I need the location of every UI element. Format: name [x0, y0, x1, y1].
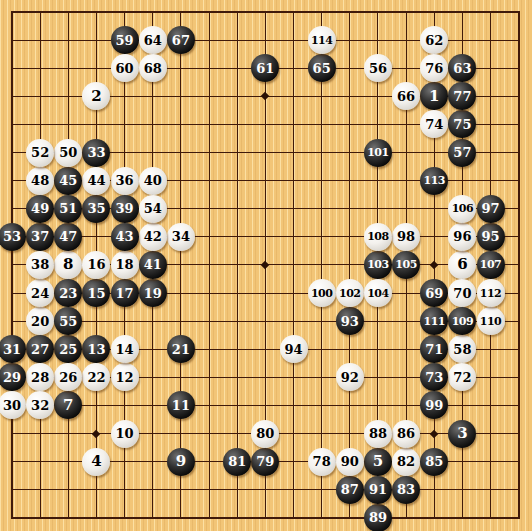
- stone-17-black: 17: [111, 279, 139, 307]
- move-number: 100: [311, 288, 332, 299]
- stone-91-black: 91: [364, 476, 392, 504]
- move-number: 59: [116, 34, 134, 47]
- stone-114-white: 114: [308, 26, 336, 54]
- move-number: 48: [31, 174, 49, 187]
- move-number: 18: [116, 258, 134, 271]
- move-number: 64: [144, 34, 162, 47]
- stone-9-black: 9: [167, 448, 195, 476]
- move-number: 112: [480, 288, 501, 299]
- move-number: 65: [313, 62, 331, 75]
- move-number: 38: [31, 258, 49, 271]
- move-number: 19: [144, 287, 162, 300]
- move-number: 54: [144, 202, 162, 215]
- stone-92-white: 92: [336, 363, 364, 391]
- stone-81-black: 81: [223, 448, 251, 476]
- move-number: 104: [367, 288, 388, 299]
- move-number: 4: [91, 454, 101, 469]
- stone-18-white: 18: [111, 251, 139, 279]
- move-number: 14: [116, 343, 134, 356]
- move-number: 91: [369, 483, 387, 496]
- move-number: 108: [367, 231, 388, 242]
- stone-68-white: 68: [139, 54, 167, 82]
- move-number: 101: [367, 147, 388, 158]
- stone-93-black: 93: [336, 307, 364, 335]
- move-number: 67: [172, 34, 190, 47]
- move-number: 89: [369, 511, 387, 524]
- stone-82-white: 82: [392, 448, 420, 476]
- move-number: 72: [453, 371, 471, 384]
- move-number: 10: [116, 427, 134, 440]
- move-number: 22: [87, 371, 105, 384]
- stone-96-white: 96: [448, 223, 476, 251]
- move-number: 25: [59, 343, 77, 356]
- move-number: 28: [31, 371, 49, 384]
- stone-44-white: 44: [82, 167, 110, 195]
- stone-51-black: 51: [54, 195, 82, 223]
- move-number: 103: [367, 259, 388, 270]
- move-number: 6: [457, 257, 467, 272]
- stone-102-white: 102: [336, 279, 364, 307]
- move-number: 80: [256, 427, 274, 440]
- move-number: 96: [453, 230, 471, 243]
- move-number: 53: [3, 230, 21, 243]
- move-number: 102: [339, 288, 360, 299]
- move-number: 26: [59, 371, 77, 384]
- stone-113-black: 113: [420, 167, 448, 195]
- move-number: 35: [87, 202, 105, 215]
- stone-36-white: 36: [111, 167, 139, 195]
- move-number: 43: [116, 230, 134, 243]
- move-number: 5: [373, 454, 383, 469]
- move-number: 27: [31, 343, 49, 356]
- move-number: 93: [341, 315, 359, 328]
- stone-78-white: 78: [308, 448, 336, 476]
- move-number: 85: [425, 455, 443, 468]
- stone-97-black: 97: [477, 195, 505, 223]
- move-number: 114: [311, 35, 332, 46]
- stone-95-black: 95: [477, 223, 505, 251]
- stone-12-white: 12: [111, 363, 139, 391]
- move-number: 87: [341, 483, 359, 496]
- stone-87-black: 87: [336, 476, 364, 504]
- move-number: 29: [3, 371, 21, 384]
- stone-3-black: 3: [448, 420, 476, 448]
- stone-59-black: 59: [111, 26, 139, 54]
- stone-79-black: 79: [251, 448, 279, 476]
- stone-80-white: 80: [251, 420, 279, 448]
- stone-24-white: 24: [26, 279, 54, 307]
- stone-65-black: 65: [308, 54, 336, 82]
- stone-112-white: 112: [477, 279, 505, 307]
- stone-43-black: 43: [111, 223, 139, 251]
- move-number: 74: [425, 118, 443, 131]
- move-number: 56: [369, 62, 387, 75]
- move-number: 7: [63, 398, 73, 413]
- move-number: 76: [425, 62, 443, 75]
- move-number: 61: [256, 62, 274, 75]
- move-number: 21: [172, 343, 190, 356]
- stone-4-white: 4: [82, 448, 110, 476]
- stone-88-white: 88: [364, 420, 392, 448]
- move-number: 106: [452, 203, 473, 214]
- move-number: 66: [397, 90, 415, 103]
- move-number: 111: [424, 316, 445, 327]
- move-number: 94: [284, 343, 302, 356]
- stone-48-white: 48: [26, 167, 54, 195]
- move-number: 1: [429, 89, 439, 104]
- stone-86-white: 86: [392, 420, 420, 448]
- move-number: 24: [31, 287, 49, 300]
- move-number: 83: [397, 483, 415, 496]
- move-number: 11: [172, 399, 190, 412]
- move-number: 45: [59, 174, 77, 187]
- move-number: 49: [31, 202, 49, 215]
- move-number: 73: [425, 371, 443, 384]
- move-number: 78: [313, 455, 331, 468]
- move-number: 82: [397, 455, 415, 468]
- move-number: 42: [144, 230, 162, 243]
- stone-108-white: 108: [364, 223, 392, 251]
- stone-57-black: 57: [448, 139, 476, 167]
- move-number: 41: [144, 258, 162, 271]
- move-number: 44: [87, 174, 105, 187]
- stone-106-white: 106: [448, 195, 476, 223]
- stone-100-white: 100: [308, 279, 336, 307]
- stone-38-white: 38: [26, 251, 54, 279]
- stone-94-white: 94: [280, 335, 308, 363]
- stone-21-black: 21: [167, 335, 195, 363]
- stone-49-black: 49: [26, 195, 54, 223]
- stone-19-black: 19: [139, 279, 167, 307]
- move-number: 36: [116, 174, 134, 187]
- move-number: 32: [31, 399, 49, 412]
- move-number: 47: [59, 230, 77, 243]
- stone-67-black: 67: [167, 26, 195, 54]
- move-number: 39: [116, 202, 134, 215]
- move-number: 34: [172, 230, 190, 243]
- stone-50-white: 50: [54, 139, 82, 167]
- move-number: 17: [116, 287, 134, 300]
- move-number: 58: [453, 343, 471, 356]
- stone-34-white: 34: [167, 223, 195, 251]
- move-number: 37: [31, 230, 49, 243]
- move-number: 12: [116, 371, 134, 384]
- stone-104-white: 104: [364, 279, 392, 307]
- move-number: 63: [453, 62, 471, 75]
- move-number: 50: [59, 146, 77, 159]
- move-number: 109: [452, 316, 473, 327]
- move-number: 77: [453, 90, 471, 103]
- move-number: 98: [397, 230, 415, 243]
- stone-5-black: 5: [364, 448, 392, 476]
- move-number: 62: [425, 34, 443, 47]
- move-number: 20: [31, 315, 49, 328]
- go-kifu-diagram: 1234567891011121314151617181920212223242…: [0, 0, 532, 531]
- move-number: 31: [3, 343, 21, 356]
- move-number: 33: [87, 146, 105, 159]
- move-number: 95: [482, 230, 500, 243]
- move-number: 79: [256, 455, 274, 468]
- move-number: 52: [31, 146, 49, 159]
- move-number: 92: [341, 371, 359, 384]
- move-number: 113: [424, 175, 445, 186]
- move-number: 23: [59, 287, 77, 300]
- move-number: 13: [87, 343, 105, 356]
- move-number: 3: [457, 426, 467, 441]
- stone-10-white: 10: [111, 420, 139, 448]
- stone-110-white: 110: [477, 307, 505, 335]
- stone-60-white: 60: [111, 54, 139, 82]
- stone-105-black: 105: [392, 251, 420, 279]
- move-number: 2: [91, 89, 101, 104]
- move-number: 68: [144, 62, 162, 75]
- stone-35-black: 35: [82, 195, 110, 223]
- move-number: 70: [453, 287, 471, 300]
- stone-40-white: 40: [139, 167, 167, 195]
- move-number: 60: [116, 62, 134, 75]
- move-number: 90: [341, 455, 359, 468]
- move-number: 51: [59, 202, 77, 215]
- stone-41-black: 41: [139, 251, 167, 279]
- move-number: 110: [480, 316, 501, 327]
- stone-39-black: 39: [111, 195, 139, 223]
- stone-98-white: 98: [392, 223, 420, 251]
- stone-33-black: 33: [82, 139, 110, 167]
- stone-103-black: 103: [364, 251, 392, 279]
- move-number: 99: [425, 399, 443, 412]
- stone-83-black: 83: [392, 476, 420, 504]
- move-number: 9: [176, 454, 186, 469]
- go-board[interactable]: 1234567891011121314151617181920212223242…: [0, 0, 532, 531]
- move-number: 88: [369, 427, 387, 440]
- stone-90-white: 90: [336, 448, 364, 476]
- stone-45-black: 45: [54, 167, 82, 195]
- stone-56-white: 56: [364, 54, 392, 82]
- move-number: 71: [425, 343, 443, 356]
- move-number: 107: [480, 259, 501, 270]
- stone-107-black: 107: [477, 251, 505, 279]
- move-number: 15: [87, 287, 105, 300]
- move-number: 97: [482, 202, 500, 215]
- stone-54-white: 54: [139, 195, 167, 223]
- move-number: 30: [3, 399, 21, 412]
- stone-85-black: 85: [420, 448, 448, 476]
- stone-42-white: 42: [139, 223, 167, 251]
- move-number: 69: [425, 287, 443, 300]
- move-number: 55: [59, 315, 77, 328]
- stone-8-white: 8: [54, 251, 82, 279]
- move-number: 75: [453, 118, 471, 131]
- stone-64-white: 64: [139, 26, 167, 54]
- stone-47-black: 47: [54, 223, 82, 251]
- move-number: 40: [144, 174, 162, 187]
- stone-53-black: 53: [0, 223, 26, 251]
- move-number: 86: [397, 427, 415, 440]
- stone-89-black: 89: [364, 504, 392, 531]
- move-number: 81: [228, 455, 246, 468]
- move-number: 16: [87, 258, 105, 271]
- stone-14-white: 14: [111, 335, 139, 363]
- stone-37-black: 37: [26, 223, 54, 251]
- stone-52-white: 52: [26, 139, 54, 167]
- move-number: 57: [453, 146, 471, 159]
- move-number: 105: [395, 259, 416, 270]
- stone-101-black: 101: [364, 139, 392, 167]
- move-number: 8: [63, 257, 73, 272]
